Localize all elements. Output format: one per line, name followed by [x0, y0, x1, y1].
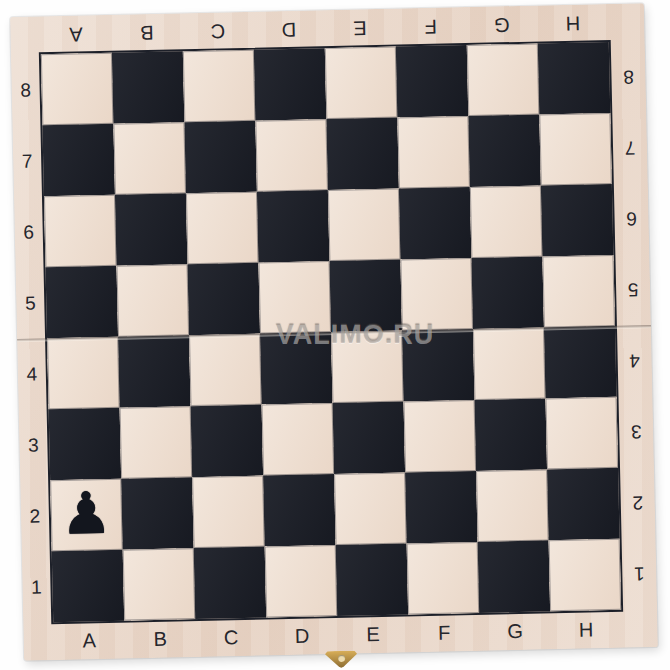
- square-f4[interactable]: [402, 329, 475, 402]
- rank-label-left-6: 6: [15, 196, 43, 268]
- square-h7[interactable]: [539, 113, 612, 186]
- square-c5[interactable]: [187, 263, 260, 336]
- square-b7[interactable]: [113, 122, 186, 195]
- square-d6[interactable]: [257, 190, 330, 263]
- file-label-top-b: B: [111, 19, 183, 47]
- file-label-top-h: H: [537, 10, 609, 38]
- square-g8[interactable]: [467, 43, 540, 116]
- square-g2[interactable]: [476, 469, 549, 542]
- square-c6[interactable]: [186, 192, 259, 265]
- square-c4[interactable]: [189, 334, 262, 407]
- square-e3[interactable]: [333, 401, 406, 474]
- square-f6[interactable]: [399, 187, 472, 260]
- square-g3[interactable]: [475, 398, 548, 471]
- square-e8[interactable]: [325, 47, 398, 120]
- file-label-bottom-f: F: [408, 619, 480, 647]
- square-e2[interactable]: [334, 472, 407, 545]
- rank-label-right-7: 7: [613, 112, 647, 184]
- square-a4[interactable]: [47, 337, 120, 410]
- square-b4[interactable]: [118, 335, 191, 408]
- square-g4[interactable]: [473, 327, 546, 400]
- rank-label-right-8: 8: [612, 41, 646, 113]
- square-f2[interactable]: [405, 471, 478, 544]
- square-a5[interactable]: [46, 266, 119, 339]
- latch-clasp-icon: [325, 651, 357, 669]
- square-e4[interactable]: [331, 331, 404, 404]
- file-label-top-c: C: [182, 18, 254, 46]
- file-label-top-f: F: [395, 13, 467, 41]
- square-d5[interactable]: [258, 261, 331, 334]
- rank-label-left-3: 3: [20, 409, 48, 481]
- square-d1[interactable]: [265, 545, 338, 618]
- file-label-bottom-g: G: [479, 617, 551, 645]
- square-c7[interactable]: [184, 121, 257, 194]
- square-h1[interactable]: [549, 539, 622, 612]
- rank-label-right-5: 5: [616, 254, 650, 326]
- square-b6[interactable]: [115, 193, 188, 266]
- file-label-top-a: A: [40, 21, 112, 49]
- square-c2[interactable]: [192, 476, 265, 549]
- rank-label-left-1: 1: [23, 551, 51, 623]
- square-a1[interactable]: [52, 550, 125, 623]
- square-a8[interactable]: [41, 53, 114, 126]
- square-c8[interactable]: [183, 50, 256, 123]
- square-e1[interactable]: [336, 543, 409, 616]
- rank-label-right-6: 6: [615, 183, 649, 255]
- square-f1[interactable]: [407, 542, 480, 615]
- square-c3[interactable]: [191, 405, 264, 478]
- file-label-top-d: D: [253, 16, 325, 44]
- file-label-bottom-d: D: [266, 622, 338, 650]
- chessboard: ABCDEFGH 87654321 87654321 ♟ ABCDEFGH: [10, 3, 658, 661]
- square-h8[interactable]: [538, 42, 611, 115]
- square-d8[interactable]: [254, 48, 327, 121]
- square-f8[interactable]: [396, 45, 469, 118]
- rank-label-left-5: 5: [17, 267, 45, 339]
- square-f3[interactable]: [404, 400, 477, 473]
- square-h3[interactable]: [545, 397, 618, 470]
- square-g7[interactable]: [468, 114, 541, 187]
- rank-label-left-2: 2: [21, 480, 49, 552]
- rank-label-right-4: 4: [618, 325, 652, 397]
- square-e7[interactable]: [326, 118, 399, 191]
- square-e5[interactable]: [329, 260, 402, 333]
- file-label-bottom-a: A: [53, 627, 125, 655]
- square-f5[interactable]: [400, 258, 473, 331]
- file-label-bottom-e: E: [337, 620, 409, 648]
- square-b1[interactable]: [123, 548, 196, 621]
- square-g1[interactable]: [478, 540, 551, 613]
- square-c1[interactable]: [194, 547, 267, 620]
- square-a6[interactable]: [44, 195, 117, 268]
- square-g5[interactable]: [471, 256, 544, 329]
- square-a7[interactable]: [42, 124, 115, 197]
- square-d4[interactable]: [260, 332, 333, 405]
- piece-black-pawn-a2[interactable]: ♟: [60, 483, 113, 542]
- square-b2[interactable]: [121, 477, 194, 550]
- square-f7[interactable]: [397, 116, 470, 189]
- file-label-bottom-b: B: [124, 625, 196, 653]
- square-g6[interactable]: [470, 185, 543, 258]
- square-a3[interactable]: [49, 408, 122, 481]
- rank-label-right-2: 2: [621, 467, 655, 539]
- rank-label-right-3: 3: [619, 396, 653, 468]
- square-d3[interactable]: [262, 403, 335, 476]
- square-d2[interactable]: [263, 474, 336, 547]
- file-label-top-e: E: [324, 15, 396, 43]
- photo-background: ABCDEFGH 87654321 87654321 ♟ ABCDEFGH VA…: [0, 0, 670, 670]
- file-label-bottom-c: C: [195, 624, 267, 652]
- square-e6[interactable]: [328, 189, 401, 262]
- square-h2[interactable]: [547, 468, 620, 541]
- square-h6[interactable]: [541, 184, 614, 257]
- file-label-top-g: G: [466, 11, 538, 39]
- square-b8[interactable]: [112, 51, 185, 124]
- rank-label-left-8: 8: [12, 54, 40, 126]
- square-h5[interactable]: [542, 255, 615, 328]
- rank-label-left-4: 4: [18, 338, 46, 410]
- square-h4[interactable]: [544, 326, 617, 399]
- square-b3[interactable]: [120, 406, 193, 479]
- square-b5[interactable]: [117, 264, 190, 337]
- rank-label-right-1: 1: [623, 538, 657, 610]
- file-label-bottom-h: H: [550, 616, 622, 644]
- square-d7[interactable]: [255, 119, 328, 192]
- rank-label-left-7: 7: [13, 125, 41, 197]
- square-a2[interactable]: ♟: [50, 479, 123, 552]
